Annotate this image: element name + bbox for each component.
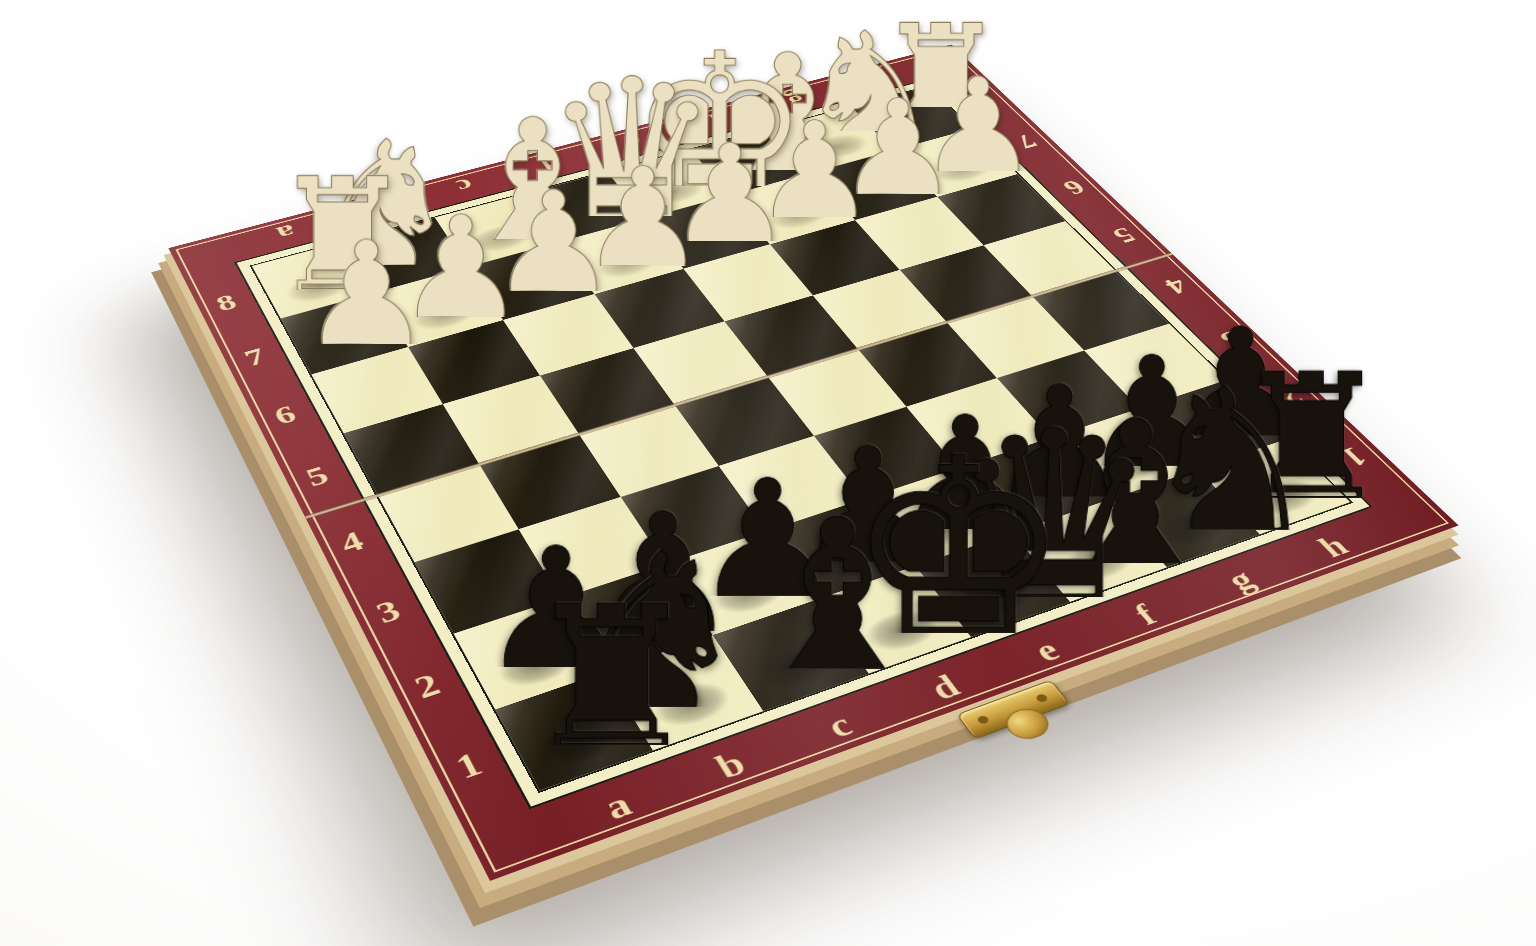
square-g3 — [997, 351, 1139, 438]
piece-shadow — [626, 659, 753, 742]
piece-shadow — [911, 143, 1010, 192]
chess-board: abcdefgh abcdefgh 87654321 87654321 ♜♞♝♛… — [168, 44, 1458, 880]
piece-shadow — [868, 100, 964, 146]
square-h4 — [1032, 271, 1169, 351]
square-a5 — [344, 404, 480, 496]
piece-shadow — [359, 233, 460, 287]
photo-scene: abcdefgh abcdefgh 87654321 87654321 ♜♞♝♛… — [0, 0, 1536, 946]
piece-shadow — [515, 696, 644, 782]
piece-white-knight-b8: ♞ — [364, 87, 460, 264]
squares-grid: ♜♞♝♛♚♝♞♜♟♟♟♟♟♟♟♟♟♟♟♟♟♟♟♟♜♞♝♚♛♝♞♜ — [250, 85, 1353, 793]
playing-area: ♜♞♝♛♚♝♞♜♟♟♟♟♟♟♟♟♟♟♟♟♟♟♟♟♜♞♝♚♛♝♞♜ — [234, 77, 1372, 809]
piece-white-bishop-f8: ♝ — [713, 4, 804, 170]
clasp-screws — [976, 715, 990, 725]
piece-shadow — [938, 554, 1061, 630]
piece-shadow — [573, 235, 675, 289]
piece-shadow — [884, 488, 1003, 559]
clasp-tab — [999, 704, 1056, 744]
brass-clasp — [957, 679, 1071, 739]
